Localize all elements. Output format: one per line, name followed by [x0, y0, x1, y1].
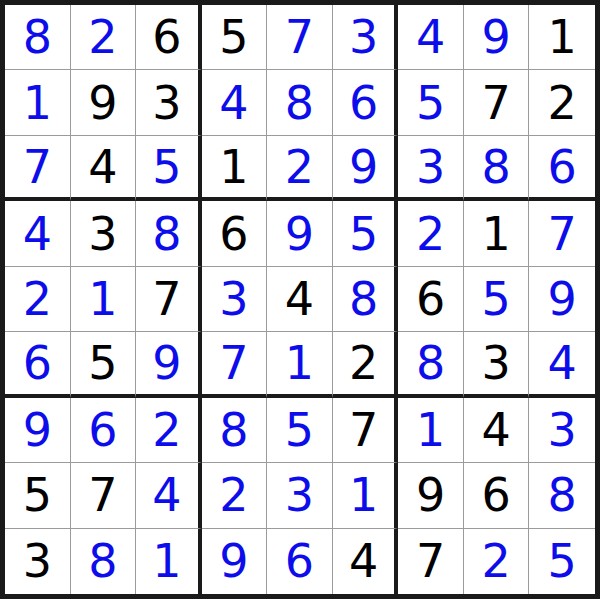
sudoku-cell-r1c2[interactable]: 2: [71, 5, 137, 70]
cell-digit: 9: [88, 80, 117, 126]
sudoku-cell-r2c9[interactable]: 2: [529, 70, 595, 135]
cell-digit: 9: [152, 340, 181, 386]
cell-digit: 3: [152, 80, 181, 126]
sudoku-cell-r3c2[interactable]: 4: [71, 136, 137, 201]
sudoku-cell-r2c4[interactable]: 4: [202, 70, 268, 135]
sudoku-cell-r6c7[interactable]: 8: [398, 332, 464, 397]
cell-digit: 7: [285, 14, 314, 60]
cell-digit: 4: [219, 80, 248, 126]
cell-digit: 2: [219, 472, 248, 518]
cell-digit: 1: [23, 80, 52, 126]
cell-digit: 5: [416, 80, 445, 126]
sudoku-cell-r7c6[interactable]: 7: [333, 398, 399, 463]
cell-digit: 2: [285, 144, 314, 190]
cell-digit: 5: [285, 407, 314, 453]
cell-digit: 4: [482, 407, 511, 453]
sudoku-cell-r4c7[interactable]: 2: [398, 201, 464, 266]
cell-digit: 5: [482, 276, 511, 322]
cell-digit: 4: [349, 538, 378, 584]
sudoku-cell-r8c9[interactable]: 8: [529, 463, 595, 528]
cell-digit: 3: [416, 144, 445, 190]
sudoku-cell-r1c5[interactable]: 7: [267, 5, 333, 70]
sudoku-cell-r9c6[interactable]: 4: [333, 529, 399, 594]
cell-digit: 7: [349, 407, 378, 453]
cell-digit: 5: [548, 538, 577, 584]
cell-digit: 6: [219, 211, 248, 257]
sudoku-cell-r6c1[interactable]: 6: [5, 332, 71, 397]
sudoku-cell-r3c9[interactable]: 6: [529, 136, 595, 201]
cell-digit: 2: [416, 211, 445, 257]
cell-digit: 7: [152, 276, 181, 322]
sudoku-cell-r8c7[interactable]: 9: [398, 463, 464, 528]
cell-digit: 4: [416, 14, 445, 60]
sudoku-cell-r8c3[interactable]: 4: [136, 463, 202, 528]
sudoku-cell-r3c8[interactable]: 8: [464, 136, 530, 201]
sudoku-cell-r4c4[interactable]: 6: [202, 201, 268, 266]
sudoku-cell-r7c8[interactable]: 4: [464, 398, 530, 463]
cell-digit: 2: [349, 340, 378, 386]
sudoku-cell-r9c4[interactable]: 9: [202, 529, 268, 594]
sudoku-cell-r7c2[interactable]: 6: [71, 398, 137, 463]
cell-digit: 1: [152, 538, 181, 584]
sudoku-cell-r9c3[interactable]: 1: [136, 529, 202, 594]
cell-digit: 9: [23, 407, 52, 453]
cell-digit: 9: [349, 144, 378, 190]
sudoku-cell-r2c8[interactable]: 7: [464, 70, 530, 135]
cell-digit: 7: [416, 538, 445, 584]
sudoku-cell-r6c4[interactable]: 7: [202, 332, 268, 397]
sudoku-cell-r1c4[interactable]: 5: [202, 5, 268, 70]
cell-digit: 8: [285, 80, 314, 126]
cell-digit: 9: [416, 472, 445, 518]
cell-digit: 2: [482, 538, 511, 584]
sudoku-cell-r6c9[interactable]: 4: [529, 332, 595, 397]
sudoku-cell-r2c5[interactable]: 8: [267, 70, 333, 135]
sudoku-cell-r9c7[interactable]: 7: [398, 529, 464, 594]
sudoku-cell-r1c7[interactable]: 4: [398, 5, 464, 70]
sudoku-cell-r8c8[interactable]: 6: [464, 463, 530, 528]
cell-digit: 7: [482, 80, 511, 126]
sudoku-cell-r2c2[interactable]: 9: [71, 70, 137, 135]
cell-digit: 3: [23, 538, 52, 584]
sudoku-cell-r5c5[interactable]: 4: [267, 267, 333, 332]
cell-digit: 6: [349, 80, 378, 126]
sudoku-cell-r3c1[interactable]: 7: [5, 136, 71, 201]
cell-digit: 4: [152, 472, 181, 518]
cell-digit: 8: [152, 211, 181, 257]
cell-digit: 4: [88, 144, 117, 190]
sudoku-cell-r3c3[interactable]: 5: [136, 136, 202, 201]
sudoku-cell-r5c3[interactable]: 7: [136, 267, 202, 332]
cell-digit: 3: [88, 211, 117, 257]
sudoku-cell-r6c5[interactable]: 1: [267, 332, 333, 397]
sudoku-cell-r7c7[interactable]: 1: [398, 398, 464, 463]
sudoku-board: 8265734911934865727451293864386952172173…: [0, 0, 600, 599]
sudoku-cell-r1c9[interactable]: 1: [529, 5, 595, 70]
cell-digit: 3: [548, 407, 577, 453]
sudoku-cell-r7c1[interactable]: 9: [5, 398, 71, 463]
sudoku-cell-r5c9[interactable]: 9: [529, 267, 595, 332]
cell-digit: 8: [88, 538, 117, 584]
sudoku-cell-r5c8[interactable]: 5: [464, 267, 530, 332]
sudoku-cell-r4c8[interactable]: 1: [464, 201, 530, 266]
sudoku-cell-r1c8[interactable]: 9: [464, 5, 530, 70]
sudoku-cell-r5c7[interactable]: 6: [398, 267, 464, 332]
sudoku-cell-r6c2[interactable]: 5: [71, 332, 137, 397]
sudoku-cell-r1c6[interactable]: 3: [333, 5, 399, 70]
cell-digit: 9: [548, 276, 577, 322]
cell-digit: 6: [285, 538, 314, 584]
cell-digit: 8: [23, 14, 52, 60]
cell-digit: 9: [482, 14, 511, 60]
sudoku-cell-r1c1[interactable]: 8: [5, 5, 71, 70]
sudoku-cell-r5c6[interactable]: 8: [333, 267, 399, 332]
cell-digit: 1: [482, 211, 511, 257]
sudoku-cell-r4c5[interactable]: 9: [267, 201, 333, 266]
cell-digit: 8: [219, 407, 248, 453]
sudoku-cell-r9c5[interactable]: 6: [267, 529, 333, 594]
cell-digit: 1: [88, 276, 117, 322]
sudoku-cell-r2c6[interactable]: 6: [333, 70, 399, 135]
sudoku-cell-r5c2[interactable]: 1: [71, 267, 137, 332]
sudoku-cell-r4c2[interactable]: 3: [71, 201, 137, 266]
cell-digit: 8: [482, 144, 511, 190]
sudoku-cell-r8c2[interactable]: 7: [71, 463, 137, 528]
cell-digit: 3: [482, 340, 511, 386]
sudoku-cell-r8c1[interactable]: 5: [5, 463, 71, 528]
cell-digit: 5: [349, 211, 378, 257]
sudoku-cell-r4c6[interactable]: 5: [333, 201, 399, 266]
sudoku-cell-r4c9[interactable]: 7: [529, 201, 595, 266]
cell-digit: 2: [152, 407, 181, 453]
sudoku-cell-r8c5[interactable]: 3: [267, 463, 333, 528]
cell-digit: 7: [219, 340, 248, 386]
cell-digit: 4: [23, 211, 52, 257]
cell-digit: 1: [219, 144, 248, 190]
sudoku-cell-r8c6[interactable]: 1: [333, 463, 399, 528]
sudoku-cell-r2c7[interactable]: 5: [398, 70, 464, 135]
cell-digit: 3: [349, 14, 378, 60]
cell-digit: 2: [548, 80, 577, 126]
cell-digit: 8: [548, 472, 577, 518]
sudoku-cell-r4c1[interactable]: 4: [5, 201, 71, 266]
cell-digit: 7: [88, 472, 117, 518]
cell-digit: 5: [219, 14, 248, 60]
cell-digit: 2: [23, 276, 52, 322]
sudoku-cell-r2c1[interactable]: 1: [5, 70, 71, 135]
cell-digit: 3: [285, 472, 314, 518]
sudoku-cell-r1c3[interactable]: 6: [136, 5, 202, 70]
cell-digit: 3: [219, 276, 248, 322]
cell-digit: 8: [416, 340, 445, 386]
sudoku-cell-r7c5[interactable]: 5: [267, 398, 333, 463]
cell-digit: 2: [88, 14, 117, 60]
sudoku-cell-r5c1[interactable]: 2: [5, 267, 71, 332]
cell-digit: 6: [152, 14, 181, 60]
cell-digit: 7: [548, 211, 577, 257]
sudoku-cell-r3c5[interactable]: 2: [267, 136, 333, 201]
sudoku-cell-r9c1[interactable]: 3: [5, 529, 71, 594]
sudoku-cell-r9c9[interactable]: 5: [529, 529, 595, 594]
cell-digit: 9: [285, 211, 314, 257]
cell-digit: 6: [482, 472, 511, 518]
sudoku-cell-r7c3[interactable]: 2: [136, 398, 202, 463]
cell-digit: 1: [349, 472, 378, 518]
sudoku-cell-r7c4[interactable]: 8: [202, 398, 268, 463]
cell-digit: 8: [349, 276, 378, 322]
cell-digit: 6: [88, 407, 117, 453]
cell-digit: 9: [219, 538, 248, 584]
sudoku-cell-r6c3[interactable]: 9: [136, 332, 202, 397]
sudoku-cell-r2c3[interactable]: 3: [136, 70, 202, 135]
cell-digit: 4: [285, 276, 314, 322]
cell-digit: 6: [23, 340, 52, 386]
cell-digit: 7: [23, 144, 52, 190]
cell-digit: 5: [23, 472, 52, 518]
sudoku-cell-r9c8[interactable]: 2: [464, 529, 530, 594]
cell-digit: 1: [285, 340, 314, 386]
sudoku-cell-r8c4[interactable]: 2: [202, 463, 268, 528]
cell-digit: 6: [548, 144, 577, 190]
sudoku-cell-r6c8[interactable]: 3: [464, 332, 530, 397]
sudoku-cell-r5c4[interactable]: 3: [202, 267, 268, 332]
cell-digit: 1: [416, 407, 445, 453]
cell-digit: 5: [88, 340, 117, 386]
sudoku-cell-r9c2[interactable]: 8: [71, 529, 137, 594]
sudoku-cell-r4c3[interactable]: 8: [136, 201, 202, 266]
sudoku-cell-r7c9[interactable]: 3: [529, 398, 595, 463]
cell-digit: 1: [548, 14, 577, 60]
cell-digit: 4: [548, 340, 577, 386]
sudoku-cell-r3c7[interactable]: 3: [398, 136, 464, 201]
cell-digit: 6: [416, 276, 445, 322]
sudoku-cell-r3c4[interactable]: 1: [202, 136, 268, 201]
sudoku-cell-r6c6[interactable]: 2: [333, 332, 399, 397]
sudoku-cell-r3c6[interactable]: 9: [333, 136, 399, 201]
cell-digit: 5: [152, 144, 181, 190]
